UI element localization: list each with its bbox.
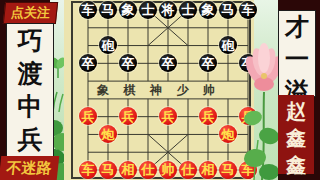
board-point: [138, 54, 158, 72]
board-point: [78, 72, 98, 90]
board-point: [178, 37, 198, 55]
board-point: 马: [98, 161, 118, 179]
board-point: [158, 19, 178, 37]
board-point: [138, 72, 158, 90]
board-point: [218, 90, 238, 108]
board-point: [158, 37, 178, 55]
black-general: 将: [159, 1, 177, 19]
board-point: 将: [158, 1, 178, 19]
board-point: 砲: [98, 37, 118, 55]
author-char: 鑫: [286, 152, 306, 179]
right-title-char: 才: [285, 11, 309, 43]
black-soldier: 卒: [159, 54, 177, 72]
board-point: 士: [178, 1, 198, 19]
board-point: [158, 72, 178, 90]
board-point: [118, 90, 138, 108]
board-point: [198, 19, 218, 37]
board-point: [198, 37, 218, 55]
red-horse: 马: [99, 161, 117, 179]
right-title-strip: 才 一 溢: [278, 10, 316, 97]
board-point: [98, 19, 118, 37]
left-title-char: 兵: [18, 123, 43, 156]
board-point: [78, 125, 98, 143]
board-point: [118, 72, 138, 90]
board-point: [78, 37, 98, 55]
black-chariot: 车: [79, 1, 97, 19]
board-point: 马: [98, 1, 118, 19]
board-point: 兵: [158, 108, 178, 126]
board-point: 仕: [138, 161, 158, 179]
board-point: 仕: [178, 161, 198, 179]
board-point: [218, 54, 238, 72]
lotus-flower-art: [244, 0, 278, 180]
board-point: 卒: [198, 54, 218, 72]
subscribe-banner-top: 点关注: [3, 2, 58, 24]
board-point: [178, 125, 198, 143]
board-point: 车: [78, 161, 98, 179]
board-point: 炮: [98, 125, 118, 143]
author-name-panel: 赵 鑫 鑫: [278, 95, 314, 174]
red-horse: 马: [219, 161, 237, 179]
board-point: 砲: [218, 37, 238, 55]
black-cannon: 砲: [219, 36, 237, 54]
board-point: [138, 37, 158, 55]
red-advisor: 仕: [139, 161, 157, 179]
board-point: [178, 143, 198, 161]
black-soldier: 卒: [199, 54, 217, 72]
board-point: [98, 90, 118, 108]
board-point: [218, 143, 238, 161]
red-cannon: 炮: [219, 125, 237, 143]
board-point: [78, 90, 98, 108]
board-point: [138, 90, 158, 108]
board-point: [138, 19, 158, 37]
board-point: 相: [118, 161, 138, 179]
red-soldier: 兵: [199, 107, 217, 125]
red-soldier: 兵: [79, 107, 97, 125]
board-point: [118, 125, 138, 143]
board-point: 相: [198, 161, 218, 179]
black-cannon: 砲: [99, 36, 117, 54]
xiangqi-board: 象 棋 神 少 帅 车马象士将士象马车砲砲卒卒卒卒卒兵兵兵兵兵炮炮车马相仕帅仕相…: [64, 0, 254, 180]
black-advisor: 士: [179, 1, 197, 19]
board-point: 象: [118, 1, 138, 19]
red-soldier: 兵: [119, 107, 137, 125]
board-point: [78, 143, 98, 161]
board-point: 卒: [78, 54, 98, 72]
red-chariot: 车: [79, 161, 97, 179]
black-soldier: 卒: [79, 54, 97, 72]
author-char: 赵: [286, 98, 306, 125]
board-point: [178, 72, 198, 90]
subscribe-banner-bottom: 不迷路: [0, 156, 59, 180]
left-title-strip: 巧 渡 中 兵 篇: [6, 23, 54, 158]
red-general: 帅: [159, 161, 177, 179]
board-point: 车: [78, 1, 98, 19]
board-point: 马: [218, 1, 238, 19]
black-elephant: 象: [199, 1, 217, 19]
board-point: 卒: [118, 54, 138, 72]
black-soldier: 卒: [119, 54, 137, 72]
board-point: [178, 108, 198, 126]
black-elephant: 象: [119, 1, 137, 19]
left-title-char: 巧: [18, 24, 43, 57]
board-point: [78, 19, 98, 37]
board-point: 兵: [198, 108, 218, 126]
board-point: [198, 143, 218, 161]
red-elephant: 相: [199, 161, 217, 179]
board-point: [138, 143, 158, 161]
board-point: [218, 108, 238, 126]
red-elephant: 相: [119, 161, 137, 179]
board-point: 兵: [118, 108, 138, 126]
board-point: [178, 54, 198, 72]
board-point: [158, 90, 178, 108]
board-point: 象: [198, 1, 218, 19]
board-point: [198, 125, 218, 143]
board-point: 马: [218, 161, 238, 179]
board-point: [118, 19, 138, 37]
board-point: [178, 90, 198, 108]
board-point: [158, 125, 178, 143]
board-point: [138, 125, 158, 143]
left-title-char: 中: [18, 90, 43, 123]
black-horse: 马: [99, 1, 117, 19]
board-point: 炮: [218, 125, 238, 143]
board-point: [218, 19, 238, 37]
board-point: 帅: [158, 161, 178, 179]
black-advisor: 士: [139, 1, 157, 19]
board-point: [98, 143, 118, 161]
board-point: [98, 72, 118, 90]
board-point: [118, 143, 138, 161]
left-title-char: 渡: [18, 57, 43, 90]
red-cannon: 炮: [99, 125, 117, 143]
video-thumbnail: 象 棋 神 少 帅 车马象士将士象马车砲砲卒卒卒卒卒兵兵兵兵兵炮炮车马相仕帅仕相…: [0, 0, 320, 180]
board-point: 兵: [78, 108, 98, 126]
board-point: [98, 54, 118, 72]
board-point: [178, 19, 198, 37]
piece-grid: 车马象士将士象马车砲砲卒卒卒卒卒兵兵兵兵兵炮炮车马相仕帅仕相马车: [78, 1, 258, 179]
red-advisor: 仕: [179, 161, 197, 179]
board-point: [218, 72, 238, 90]
board-point: 士: [138, 1, 158, 19]
right-title-char: 一: [285, 43, 309, 75]
board-point: [158, 143, 178, 161]
board-point: [118, 37, 138, 55]
red-soldier: 兵: [159, 107, 177, 125]
board-point: [198, 72, 218, 90]
author-char: 鑫: [286, 125, 306, 152]
board-point: [138, 108, 158, 126]
black-horse: 马: [219, 1, 237, 19]
board-point: [98, 108, 118, 126]
board-point: [198, 90, 218, 108]
board-point: 卒: [158, 54, 178, 72]
